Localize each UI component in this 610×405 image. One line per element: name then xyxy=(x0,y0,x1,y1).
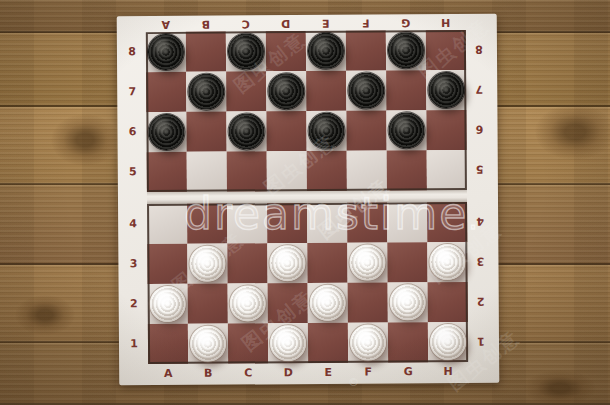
rank-label-left-4: 4 xyxy=(124,217,142,230)
square-g3[interactable] xyxy=(387,242,427,282)
rank-label-left-1: 1 xyxy=(125,337,143,350)
rank-label-right-2: 2 xyxy=(472,295,490,308)
rank-label-left-3: 3 xyxy=(124,257,142,270)
square-f1[interactable] xyxy=(348,322,388,362)
square-b8[interactable] xyxy=(186,32,226,72)
square-b6[interactable] xyxy=(186,112,226,152)
square-e8[interactable] xyxy=(306,31,346,71)
file-label-bottom-b: B xyxy=(188,367,228,380)
rank-label-left-2: 2 xyxy=(125,297,143,310)
checkers-board: ABCDEFGH ABCDEFGH 87654321 87654321 xyxy=(117,14,500,386)
square-e5[interactable] xyxy=(307,151,347,191)
rank-label-right-3: 3 xyxy=(471,255,489,268)
file-label-bottom-d: D xyxy=(268,366,308,379)
white-checker-e2[interactable] xyxy=(310,285,346,321)
square-e6[interactable] xyxy=(306,111,346,151)
board-grid xyxy=(146,30,468,364)
wood-knot xyxy=(524,370,596,405)
rank-label-left-5: 5 xyxy=(124,165,142,178)
file-label-top-h: H xyxy=(426,16,466,29)
file-label-top-b: B xyxy=(186,18,226,31)
square-f2[interactable] xyxy=(348,282,388,322)
square-d1[interactable] xyxy=(268,323,308,363)
square-c8[interactable] xyxy=(226,31,266,71)
rank-label-left-8: 8 xyxy=(123,45,141,58)
square-a4[interactable] xyxy=(147,204,187,244)
square-f7[interactable] xyxy=(346,70,386,110)
black-checker-a8[interactable] xyxy=(148,34,184,70)
black-checker-c8[interactable] xyxy=(228,33,264,69)
wood-knot xyxy=(51,114,119,166)
rank-label-right-5: 5 xyxy=(471,163,489,176)
rank-label-right-6: 6 xyxy=(470,123,488,136)
black-checker-h7[interactable] xyxy=(428,72,464,108)
file-label-bottom-h: H xyxy=(428,365,468,378)
black-checker-g6[interactable] xyxy=(388,112,424,148)
rank-label-right-1: 1 xyxy=(472,335,490,348)
square-g4[interactable] xyxy=(387,202,427,242)
square-f3[interactable] xyxy=(347,242,387,282)
square-f6[interactable] xyxy=(346,110,386,150)
rank-label-left-6: 6 xyxy=(123,125,141,138)
rank-label-right-4: 4 xyxy=(471,215,489,228)
square-g6[interactable] xyxy=(386,110,426,150)
square-b7[interactable] xyxy=(186,72,226,112)
square-a3[interactable] xyxy=(147,244,187,284)
square-e1[interactable] xyxy=(308,323,348,363)
square-d8[interactable] xyxy=(266,31,306,71)
square-d3[interactable] xyxy=(267,243,307,283)
file-label-top-a: A xyxy=(146,18,186,31)
square-b4[interactable] xyxy=(187,204,227,244)
rank-label-right-8: 8 xyxy=(470,43,488,56)
square-e7[interactable] xyxy=(306,71,346,111)
square-c5[interactable] xyxy=(227,151,267,191)
white-checker-f1[interactable] xyxy=(350,324,386,360)
white-checker-h3[interactable] xyxy=(429,244,465,280)
square-d4[interactable] xyxy=(267,203,307,243)
rank-label-right-7: 7 xyxy=(470,83,488,96)
square-c1[interactable] xyxy=(228,323,268,363)
square-h2[interactable] xyxy=(428,282,468,322)
square-h5[interactable] xyxy=(427,150,467,190)
file-label-top-d: D xyxy=(266,17,306,30)
wood-knot xyxy=(535,104,610,160)
square-e3[interactable] xyxy=(307,243,347,283)
file-label-bottom-e: E xyxy=(308,366,348,379)
square-c7[interactable] xyxy=(226,71,266,111)
square-b3[interactable] xyxy=(187,244,227,284)
square-d2[interactable] xyxy=(268,283,308,323)
square-d7[interactable] xyxy=(266,71,306,111)
square-a7[interactable] xyxy=(146,72,186,112)
square-a1[interactable] xyxy=(148,324,188,364)
black-checker-c6[interactable] xyxy=(228,113,264,149)
square-f4[interactable] xyxy=(347,202,387,242)
white-checker-b1[interactable] xyxy=(190,326,226,362)
white-checker-c2[interactable] xyxy=(230,285,266,321)
rank-label-left-7: 7 xyxy=(123,85,141,98)
white-checker-d1[interactable] xyxy=(270,325,306,361)
white-checker-h1[interactable] xyxy=(430,324,466,360)
white-checker-b3[interactable] xyxy=(189,246,225,282)
black-checker-f7[interactable] xyxy=(348,72,384,108)
square-g2[interactable] xyxy=(388,282,428,322)
square-f5[interactable] xyxy=(347,150,387,190)
square-c3[interactable] xyxy=(227,243,267,283)
square-c2[interactable] xyxy=(228,283,268,323)
file-label-top-g: G xyxy=(386,16,426,29)
square-f8[interactable] xyxy=(346,30,386,70)
square-h8[interactable] xyxy=(426,30,466,70)
file-label-bottom-c: C xyxy=(228,366,268,379)
black-checker-e8[interactable] xyxy=(308,33,344,69)
file-label-bottom-f: F xyxy=(348,365,388,378)
file-label-bottom-a: A xyxy=(148,367,188,380)
square-c6[interactable] xyxy=(226,111,266,151)
square-d6[interactable] xyxy=(266,111,306,151)
square-b1[interactable] xyxy=(188,324,228,364)
square-b5[interactable] xyxy=(187,152,227,192)
file-label-bottom-g: G xyxy=(388,365,428,378)
wood-knot xyxy=(15,295,75,335)
square-c4[interactable] xyxy=(227,203,267,243)
square-g7[interactable] xyxy=(386,70,426,110)
square-d5[interactable] xyxy=(267,151,307,191)
black-checker-g8[interactable] xyxy=(388,32,424,68)
square-a6[interactable] xyxy=(146,112,186,152)
white-checker-g2[interactable] xyxy=(390,284,426,320)
file-label-top-e: E xyxy=(306,17,346,30)
black-checker-d7[interactable] xyxy=(268,73,304,109)
square-e4[interactable] xyxy=(307,203,347,243)
square-h3[interactable] xyxy=(427,242,467,282)
black-checker-e6[interactable] xyxy=(308,113,344,149)
white-checker-d3[interactable] xyxy=(269,245,305,281)
square-a2[interactable] xyxy=(148,284,188,324)
square-h6[interactable] xyxy=(426,110,466,150)
square-h7[interactable] xyxy=(426,70,466,110)
file-label-top-f: F xyxy=(346,16,386,29)
white-checker-a2[interactable] xyxy=(150,286,186,322)
white-checker-f3[interactable] xyxy=(349,244,385,280)
square-g5[interactable] xyxy=(387,150,427,190)
square-a5[interactable] xyxy=(147,152,187,192)
black-checker-b7[interactable] xyxy=(188,74,224,110)
square-g8[interactable] xyxy=(386,30,426,70)
scene: ABCDEFGH ABCDEFGH 87654321 87654321 drea… xyxy=(0,0,610,405)
square-e2[interactable] xyxy=(308,283,348,323)
square-h1[interactable] xyxy=(428,322,468,362)
file-label-top-c: C xyxy=(226,17,266,30)
square-g1[interactable] xyxy=(388,322,428,362)
black-checker-a6[interactable] xyxy=(148,114,184,150)
square-a8[interactable] xyxy=(146,32,186,72)
square-b2[interactable] xyxy=(188,284,228,324)
square-h4[interactable] xyxy=(427,202,467,242)
